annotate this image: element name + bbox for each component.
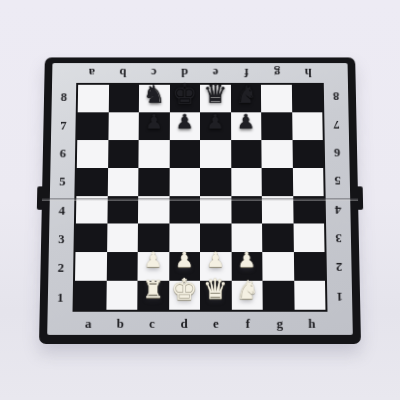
piece-black-pawn-d7[interactable]: ♟ (169, 113, 200, 140)
white-pawn-glyph: ♟ (206, 250, 225, 271)
file-label-top-g: g (262, 67, 293, 79)
rank-label-left-7: 7 (51, 119, 76, 131)
black-knight-glyph: ♞ (143, 82, 166, 107)
square-c5[interactable] (138, 168, 169, 196)
square-b7[interactable] (108, 112, 139, 140)
piece-black-king-d8[interactable]: ♚ (169, 85, 200, 113)
file-label-bottom-f: f (232, 317, 264, 330)
piece-white-king-d1[interactable]: ♚ (169, 280, 200, 310)
file-labels-bottom: abcdefgh (72, 312, 328, 335)
file-label-bottom-a: a (72, 317, 104, 330)
square-a5[interactable] (76, 168, 107, 196)
piece-black-queen-e8[interactable]: ♛ (200, 85, 231, 113)
rank-label-left-5: 5 (50, 175, 75, 188)
square-h3[interactable] (293, 224, 324, 252)
rank-label-right-7: 7 (324, 119, 349, 131)
square-g2[interactable] (262, 252, 293, 281)
white-pawn-glyph: ♟ (144, 250, 163, 271)
board-scene: abcdefgh 87654321 ♞♚♛♞♟♟♟♟♟♟♟♟♜♚♛♞ 87654… (39, 50, 361, 344)
file-label-top-h: h (293, 67, 324, 79)
square-b3[interactable] (107, 224, 138, 252)
square-h8[interactable] (291, 85, 322, 112)
file-label-bottom-c: c (136, 317, 168, 330)
square-h2[interactable] (293, 252, 325, 281)
chessboard: abcdefgh 87654321 ♞♚♛♞♟♟♟♟♟♟♟♟♜♚♛♞ 87654… (39, 57, 361, 344)
square-e5[interactable] (200, 168, 231, 196)
square-e6[interactable] (200, 140, 231, 168)
square-b6[interactable] (108, 140, 139, 168)
rank-label-right-5: 5 (325, 175, 350, 188)
piece-black-pawn-c7[interactable]: ♟ (139, 113, 170, 140)
play-area: ♞♚♛♞♟♟♟♟♟♟♟♟♜♚♛♞ (73, 83, 328, 312)
square-f4[interactable] (231, 196, 262, 224)
rank-label-left-1: 1 (48, 291, 73, 304)
square-c6[interactable] (138, 140, 169, 168)
file-label-bottom-e: e (200, 317, 232, 330)
square-h6[interactable] (292, 140, 323, 168)
square-a1[interactable] (75, 281, 107, 310)
black-queen-glyph: ♛ (203, 81, 227, 108)
white-rook-glyph: ♜ (142, 278, 164, 302)
file-labels-top: abcdefgh (76, 63, 324, 83)
black-pawn-glyph: ♟ (145, 112, 163, 132)
rank-label-right-4: 4 (326, 204, 351, 217)
rank-labels-right: 87654321 (324, 83, 353, 312)
black-pawn-glyph: ♟ (176, 112, 194, 132)
square-a6[interactable] (77, 140, 108, 168)
square-b1[interactable] (106, 281, 138, 310)
square-a8[interactable] (78, 85, 109, 112)
square-h7[interactable] (292, 112, 323, 140)
file-label-bottom-g: g (264, 317, 296, 330)
square-d5[interactable] (169, 168, 200, 196)
file-label-top-a: a (76, 67, 107, 79)
square-e4[interactable] (200, 196, 231, 224)
white-queen-glyph: ♛ (203, 276, 228, 304)
square-b5[interactable] (107, 168, 138, 196)
white-pawn-glyph: ♟ (237, 250, 256, 271)
rank-label-right-2: 2 (327, 261, 352, 274)
black-king-glyph: ♚ (172, 80, 198, 108)
square-a2[interactable] (75, 252, 107, 281)
rank-label-right-8: 8 (324, 91, 348, 103)
rank-label-left-3: 3 (49, 232, 74, 245)
square-g5[interactable] (262, 168, 293, 196)
piece-white-knight-f1[interactable]: ♞ (231, 280, 262, 310)
square-b4[interactable] (107, 196, 138, 224)
black-knight-glyph: ♞ (234, 82, 257, 107)
rank-label-left-2: 2 (48, 261, 73, 274)
rank-label-right-3: 3 (326, 232, 351, 245)
rank-label-left-8: 8 (52, 91, 76, 103)
square-f5[interactable] (231, 168, 262, 196)
square-g6[interactable] (261, 140, 292, 168)
file-label-top-b: b (107, 67, 138, 79)
piece-white-rook-c1[interactable]: ♜ (137, 280, 168, 310)
board-border: abcdefgh 87654321 ♞♚♛♞♟♟♟♟♟♟♟♟♜♚♛♞ 87654… (47, 63, 353, 335)
square-g8[interactable] (261, 85, 292, 112)
rank-label-left-6: 6 (51, 147, 76, 160)
file-label-bottom-b: b (104, 317, 136, 330)
square-g4[interactable] (262, 196, 293, 224)
square-g7[interactable] (261, 112, 292, 140)
square-a7[interactable] (77, 112, 108, 140)
black-pawn-glyph: ♟ (237, 112, 255, 132)
square-a4[interactable] (76, 196, 107, 224)
square-b2[interactable] (106, 252, 137, 281)
piece-black-pawn-e7[interactable]: ♟ (200, 113, 231, 140)
white-king-glyph: ♚ (171, 275, 198, 305)
square-g1[interactable] (262, 281, 294, 310)
file-label-top-c: c (138, 67, 169, 79)
square-b8[interactable] (108, 85, 139, 112)
rank-label-right-6: 6 (325, 147, 350, 160)
file-label-bottom-d: d (168, 317, 200, 330)
rank-labels-left: 87654321 (48, 83, 77, 312)
piece-black-pawn-f7[interactable]: ♟ (231, 113, 262, 140)
file-label-top-f: f (231, 67, 262, 79)
white-knight-glyph: ♞ (235, 277, 258, 303)
square-a3[interactable] (75, 224, 106, 252)
square-h4[interactable] (293, 196, 324, 224)
square-f6[interactable] (231, 140, 262, 168)
square-d4[interactable] (169, 196, 200, 224)
square-h1[interactable] (294, 281, 326, 310)
square-g3[interactable] (262, 224, 293, 252)
square-d6[interactable] (169, 140, 200, 168)
board-frame: abcdefgh 87654321 ♞♚♛♞♟♟♟♟♟♟♟♟♜♚♛♞ 87654… (39, 57, 361, 344)
square-h5[interactable] (292, 168, 323, 196)
piece-white-queen-e1[interactable]: ♛ (200, 280, 231, 310)
file-label-bottom-h: h (296, 317, 328, 330)
rank-label-left-4: 4 (49, 204, 74, 217)
black-pawn-glyph: ♟ (206, 112, 224, 132)
piece-black-knight-c8[interactable]: ♞ (139, 85, 170, 113)
rank-label-right-1: 1 (327, 291, 352, 304)
piece-black-knight-f8[interactable]: ♞ (230, 85, 261, 113)
square-c4[interactable] (138, 196, 169, 224)
white-pawn-glyph: ♟ (175, 250, 194, 271)
photo-stage: abcdefgh 87654321 ♞♚♛♞♟♟♟♟♟♟♟♟♜♚♛♞ 87654… (0, 0, 400, 400)
